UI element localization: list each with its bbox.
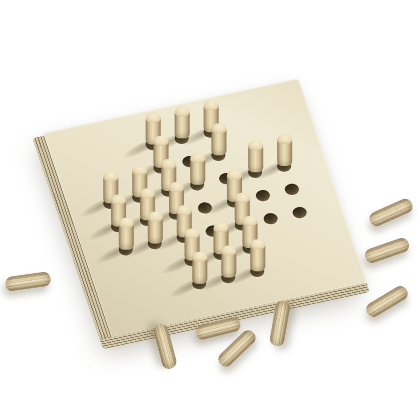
stage (0, 0, 420, 420)
peg[interactable] (174, 107, 189, 138)
loose-peg-right[interactable] (363, 236, 411, 265)
peg[interactable] (118, 219, 133, 250)
hole-empty (291, 206, 308, 220)
loose-peg-right[interactable] (363, 283, 410, 320)
loose-peg-left[interactable] (4, 271, 52, 292)
loose-peg-right[interactable] (367, 196, 415, 228)
solitaire-board (43, 79, 366, 338)
peg[interactable] (147, 213, 162, 244)
peg[interactable] (192, 253, 207, 284)
peg[interactable] (248, 141, 263, 172)
peg[interactable] (190, 154, 205, 185)
peg[interactable] (211, 124, 226, 155)
hole-empty (283, 183, 300, 197)
hole-empty (254, 189, 271, 203)
cell-r7c7 (297, 244, 334, 273)
peg[interactable] (221, 247, 236, 278)
peg[interactable] (250, 240, 265, 271)
hole-empty (262, 212, 279, 226)
board-grid (76, 105, 333, 311)
peg[interactable] (277, 135, 292, 166)
